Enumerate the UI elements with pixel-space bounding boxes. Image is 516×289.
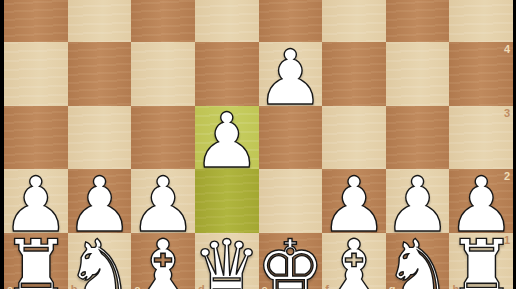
white-pawn-e4[interactable]: ♟ xyxy=(259,46,323,110)
square-e3[interactable] xyxy=(259,106,323,170)
rank-label-4: 4 xyxy=(504,43,510,55)
square-a5[interactable] xyxy=(4,0,68,42)
chessboard: ♟4♟3♟♟♟♟♟♟2♜a♞b♝c♛d♚e♝f♞g♜1h xyxy=(4,0,513,289)
square-d1[interactable]: ♛d xyxy=(195,233,259,289)
file-label-c: c xyxy=(134,283,140,289)
square-d5[interactable] xyxy=(195,0,259,42)
square-h4[interactable]: 4 xyxy=(449,42,513,106)
white-knight-g1[interactable]: ♞ xyxy=(386,237,450,289)
square-e4[interactable]: ♟ xyxy=(259,42,323,106)
file-label-a: a xyxy=(7,283,13,289)
square-g1[interactable]: ♞g xyxy=(386,233,450,289)
rank-label-3: 3 xyxy=(504,107,510,119)
square-f4[interactable] xyxy=(322,42,386,106)
square-f1[interactable]: ♝f xyxy=(322,233,386,289)
white-knight-b1[interactable]: ♞ xyxy=(68,237,132,289)
square-b4[interactable] xyxy=(68,42,132,106)
square-c4[interactable] xyxy=(131,42,195,106)
square-a1[interactable]: ♜a xyxy=(4,233,68,289)
white-king-e1[interactable]: ♚ xyxy=(259,237,323,289)
square-b1[interactable]: ♞b xyxy=(68,233,132,289)
square-c5[interactable] xyxy=(131,0,195,42)
square-h5[interactable] xyxy=(449,0,513,42)
file-label-e: e xyxy=(262,283,268,289)
white-pawn-d3[interactable]: ♟ xyxy=(195,110,259,174)
rank-label-2: 2 xyxy=(504,170,510,182)
white-rook-a1[interactable]: ♜ xyxy=(4,237,68,289)
file-label-f: f xyxy=(325,283,329,289)
chess-app-screen: ♟4♟3♟♟♟♟♟♟2♜a♞b♝c♛d♚e♝f♞g♜1h xyxy=(0,0,516,289)
square-a4[interactable] xyxy=(4,42,68,106)
square-g5[interactable] xyxy=(386,0,450,42)
file-label-b: b xyxy=(71,283,78,289)
square-c1[interactable]: ♝c xyxy=(131,233,195,289)
file-label-g: g xyxy=(389,283,396,289)
white-queen-d1[interactable]: ♛ xyxy=(195,237,259,289)
square-d3[interactable]: ♟ xyxy=(195,106,259,170)
file-label-d: d xyxy=(198,283,205,289)
letterbox-bar-left xyxy=(0,0,4,289)
white-bishop-c1[interactable]: ♝ xyxy=(131,237,195,289)
rank-label-1: 1 xyxy=(504,234,510,246)
square-f5[interactable] xyxy=(322,0,386,42)
square-e1[interactable]: ♚e xyxy=(259,233,323,289)
square-b5[interactable] xyxy=(68,0,132,42)
file-label-h: h xyxy=(452,283,459,289)
white-bishop-f1[interactable]: ♝ xyxy=(322,237,386,289)
square-h1[interactable]: ♜1h xyxy=(449,233,513,289)
square-g4[interactable] xyxy=(386,42,450,106)
